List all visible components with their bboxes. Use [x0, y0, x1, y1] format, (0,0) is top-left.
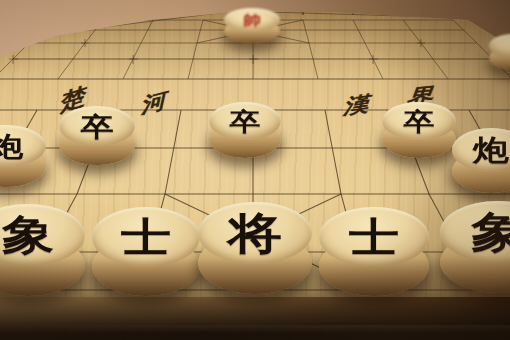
black-advisor-right-piece[interactable]: 士	[319, 207, 429, 316]
black-soldier-c-glyph: 卒	[81, 113, 114, 139]
black-advisor-right-face: 士	[319, 207, 429, 267]
red-general-face: 帥	[224, 8, 280, 32]
black-advisor-left-glyph: 士	[121, 217, 171, 257]
black-soldier-c-face: 卒	[59, 106, 135, 146]
red-general-piece[interactable]: 帥	[224, 8, 280, 49]
black-elephant-right-glyph: 象	[471, 210, 510, 253]
black-general-glyph: 将	[228, 211, 282, 254]
black-elephant-left-piece[interactable]: 象	[0, 204, 85, 316]
black-soldier-g-face: 卒	[382, 102, 456, 140]
black-soldier-g-glyph: 卒	[404, 109, 435, 134]
black-advisor-left-piece[interactable]: 士	[92, 207, 200, 316]
black-elephant-left-glyph: 象	[2, 214, 54, 256]
photo-stage: 楚河漢界 帥炮卒卒卒炮象士将士象	[0, 0, 510, 340]
river-char-right_1: 漢	[343, 90, 370, 121]
black-cannon-left-piece[interactable]: 炮	[0, 125, 46, 199]
black-advisor-right-glyph: 士	[349, 217, 399, 257]
black-cannon-right-piece[interactable]: 炮	[452, 128, 510, 205]
black-general-face: 将	[198, 202, 312, 264]
black-advisor-left-face: 士	[92, 207, 200, 267]
black-soldier-e-face: 卒	[209, 102, 281, 140]
black-cannon-right-glyph: 炮	[473, 136, 509, 165]
black-soldier-g-piece[interactable]: 卒	[382, 102, 456, 168]
black-soldier-e-glyph: 卒	[230, 109, 261, 134]
black-general-piece[interactable]: 将	[198, 202, 312, 314]
black-cannon-left-glyph: 炮	[0, 132, 23, 159]
black-soldier-e-piece[interactable]: 卒	[209, 102, 281, 168]
red-general-glyph: 帥	[244, 13, 261, 27]
black-soldier-c-piece[interactable]: 卒	[59, 106, 135, 176]
black-elephant-right-piece[interactable]: 象	[440, 201, 510, 313]
red-side-piece-partial-piece[interactable]	[489, 34, 510, 78]
